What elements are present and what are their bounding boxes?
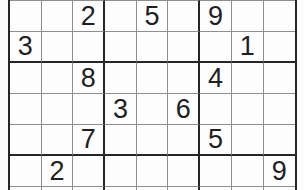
cell-r3c2[interactable] (42, 32, 74, 63)
cell-r2c3[interactable]: 2 (73, 1, 105, 32)
cell-r7c8[interactable] (232, 156, 264, 187)
given-digit: 9 (272, 158, 287, 185)
cell-r8c1[interactable] (10, 187, 42, 190)
cell-r2c1[interactable] (10, 1, 42, 32)
cell-r6c6[interactable] (168, 125, 200, 156)
sudoku-viewport: 2593184367529 (0, 0, 304, 190)
cell-r3c9[interactable] (264, 32, 296, 63)
cell-r8c4[interactable] (105, 187, 137, 190)
given-digit: 9 (208, 3, 223, 30)
given-digit: 1 (240, 33, 255, 60)
given-digit: 3 (113, 96, 128, 123)
cell-r8c6[interactable] (168, 187, 200, 190)
given-digit: 7 (81, 126, 96, 153)
cell-r4c1[interactable] (10, 63, 42, 94)
given-digit: 4 (208, 65, 223, 92)
given-digit: 3 (18, 33, 33, 60)
cell-r2c2[interactable] (42, 1, 74, 32)
cell-r5c2[interactable] (42, 94, 74, 125)
given-digit: 6 (176, 96, 191, 123)
cell-r4c5[interactable] (137, 63, 169, 94)
cell-r7c4[interactable] (105, 156, 137, 187)
cell-r5c9[interactable] (264, 94, 296, 125)
cell-r8c2[interactable] (42, 187, 74, 190)
cell-r2c6[interactable] (168, 1, 200, 32)
cell-r7c9[interactable]: 9 (264, 156, 296, 187)
cell-r6c7[interactable]: 5 (200, 125, 232, 156)
cell-r5c8[interactable] (232, 94, 264, 125)
cell-r8c7[interactable] (200, 187, 232, 190)
cell-r4c3[interactable]: 8 (73, 63, 105, 94)
cell-r2c9[interactable] (264, 1, 296, 32)
cell-r7c1[interactable] (10, 156, 42, 187)
cell-r6c4[interactable] (105, 125, 137, 156)
cell-r7c7[interactable] (200, 156, 232, 187)
cell-r6c5[interactable] (137, 125, 169, 156)
cell-r5c3[interactable] (73, 94, 105, 125)
cell-r2c4[interactable] (105, 1, 137, 32)
cell-r5c6[interactable]: 6 (168, 94, 200, 125)
cell-r8c9[interactable] (264, 187, 296, 190)
cell-r8c8[interactable] (232, 187, 264, 190)
cell-r3c6[interactable] (168, 32, 200, 63)
cell-r7c6[interactable] (168, 156, 200, 187)
cell-r6c1[interactable] (10, 125, 42, 156)
cell-r2c7[interactable]: 9 (200, 1, 232, 32)
cell-r6c3[interactable]: 7 (73, 125, 105, 156)
cell-r3c1[interactable]: 3 (10, 32, 42, 63)
cell-r3c5[interactable] (137, 32, 169, 63)
cell-r3c4[interactable] (105, 32, 137, 63)
cell-r5c4[interactable]: 3 (105, 94, 137, 125)
cell-r8c3[interactable] (73, 187, 105, 190)
cell-r8c5[interactable] (137, 187, 169, 190)
cell-r3c3[interactable] (73, 32, 105, 63)
cell-r4c9[interactable] (264, 63, 296, 94)
given-digit: 2 (50, 158, 65, 185)
cell-r3c8[interactable]: 1 (232, 32, 264, 63)
cell-r7c2[interactable]: 2 (42, 156, 74, 187)
cell-r4c6[interactable] (168, 63, 200, 94)
cell-r4c4[interactable] (105, 63, 137, 94)
given-digit: 5 (145, 3, 160, 30)
sudoku-board: 2593184367529 (8, 0, 297, 190)
cell-r6c2[interactable] (42, 125, 74, 156)
given-digit: 5 (208, 126, 223, 153)
cell-r6c9[interactable] (264, 125, 296, 156)
cell-r5c1[interactable] (10, 94, 42, 125)
cell-r7c5[interactable] (137, 156, 169, 187)
cell-r5c7[interactable] (200, 94, 232, 125)
given-digit: 2 (81, 3, 96, 30)
cell-r7c3[interactable] (73, 156, 105, 187)
cell-r2c5[interactable]: 5 (137, 1, 169, 32)
cell-r2c8[interactable] (232, 1, 264, 32)
cell-r3c7[interactable] (200, 32, 232, 63)
cell-r4c7[interactable]: 4 (200, 63, 232, 94)
cell-r4c8[interactable] (232, 63, 264, 94)
cell-r4c2[interactable] (42, 63, 74, 94)
given-digit: 8 (81, 65, 96, 92)
cell-r6c8[interactable] (232, 125, 264, 156)
cell-r5c5[interactable] (137, 94, 169, 125)
